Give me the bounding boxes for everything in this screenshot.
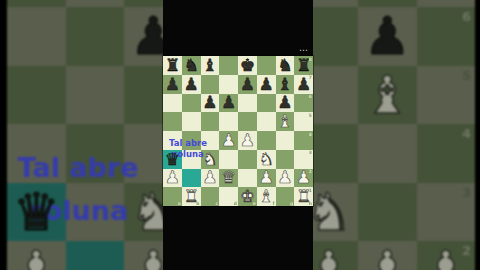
rank-label-4: 4 — [462, 126, 471, 141]
piece-black-king: ♚ — [240, 57, 255, 74]
piece-black-pawn: ♟ — [165, 76, 180, 93]
square-a7: ♟ — [163, 75, 182, 94]
square-d2: ♛ — [219, 169, 238, 188]
square-a1: a — [163, 187, 182, 206]
piece-black-pawn: ♟ — [277, 94, 292, 111]
square-h4: 4 — [417, 124, 476, 183]
square-h2: ♟2 — [294, 169, 313, 188]
piece-black-knight: ♞ — [184, 57, 199, 74]
square-a2: ♟ — [7, 241, 66, 270]
piece-white-king: ♚ — [240, 188, 255, 205]
square-g8: ♞ — [276, 56, 295, 75]
square-g4 — [358, 124, 417, 183]
square-c2: ♟ — [201, 169, 220, 188]
piece-white-pawn: ♟ — [277, 169, 292, 186]
rank-label-3: 3 — [462, 185, 471, 200]
rank-label-6: 6 — [309, 94, 312, 99]
square-c7 — [201, 75, 220, 94]
square-d7 — [219, 75, 238, 94]
piece-white-bishop: ♝ — [259, 188, 274, 205]
square-h3: 3 — [417, 183, 476, 242]
piece-white-knight: ♞ — [259, 151, 274, 168]
square-f7: ♟ — [257, 75, 276, 94]
caption-line1: Tal abre — [165, 138, 211, 149]
piece-black-pawn: ♟ — [13, 0, 60, 4]
piece-white-pawn: ♟ — [259, 169, 274, 186]
square-a3: ♛ — [7, 183, 66, 242]
video-strip[interactable]: ⋯ ♜♞♝♚♞♜8♟♟♟♟♝♟7♟♟♟6♝5♟♟4♛♞♞3♟♟♛♟♟♟2a♜bc… — [163, 0, 313, 270]
piece-black-pawn: ♟ — [422, 0, 469, 4]
square-h4: 4 — [294, 131, 313, 150]
square-b6 — [182, 94, 201, 113]
square-a3: ♛ — [163, 150, 182, 169]
square-d5 — [219, 112, 238, 131]
square-a5 — [7, 66, 66, 125]
menu-dots-icon[interactable]: ⋯ — [299, 46, 309, 55]
square-h7: ♟7 — [294, 75, 313, 94]
square-e6 — [238, 94, 257, 113]
square-f6 — [257, 94, 276, 113]
square-c6: ♟ — [201, 94, 220, 113]
square-e2 — [238, 169, 257, 188]
square-g6: ♟ — [276, 94, 295, 113]
square-f4 — [257, 131, 276, 150]
file-label-c: c — [216, 201, 219, 206]
square-g5: ♝ — [358, 66, 417, 125]
piece-black-pawn: ♟ — [71, 0, 118, 4]
piece-black-rook: ♜ — [296, 57, 311, 74]
piece-white-queen: ♛ — [221, 169, 236, 186]
piece-black-pawn: ♟ — [240, 76, 255, 93]
square-h5: 5 — [294, 112, 313, 131]
piece-white-pawn: ♟ — [202, 169, 217, 186]
square-e4: ♟ — [238, 131, 257, 150]
square-g7: ♝ — [276, 75, 295, 94]
piece-white-rook: ♜ — [184, 188, 199, 205]
square-h8: ♜8 — [294, 56, 313, 75]
piece-white-knight: ♞ — [202, 151, 217, 168]
piece-white-pawn: ♟ — [221, 132, 236, 149]
square-c8: ♝ — [201, 56, 220, 75]
square-c1: c — [201, 187, 220, 206]
square-h3: 3 — [294, 150, 313, 169]
square-g1: g — [276, 187, 295, 206]
square-f1: ♝f — [257, 187, 276, 206]
square-b2 — [66, 241, 125, 270]
piece-black-pawn: ♟ — [221, 94, 236, 111]
square-e3 — [238, 150, 257, 169]
square-b6 — [66, 7, 125, 66]
piece-white-pawn: ♟ — [296, 169, 311, 186]
square-b1: ♜b — [182, 187, 201, 206]
piece-black-queen: ♛ — [165, 151, 180, 168]
square-b5 — [66, 66, 125, 125]
file-label-g: g — [290, 201, 293, 206]
square-a2: ♟ — [163, 169, 182, 188]
square-g3 — [358, 183, 417, 242]
square-g5: ♝ — [276, 112, 295, 131]
square-b7: ♟ — [182, 75, 201, 94]
rank-label-6: 6 — [462, 9, 471, 24]
video-frame: ♜♞♝♚♞♜8♟♟♟♟♝♟7♟♟♟6♝5♟♟4♛♞♞3♟♟♛♟♟♟2a♜bcd♚… — [0, 0, 480, 270]
square-e1: ♚e — [238, 187, 257, 206]
piece-white-pawn: ♟ — [165, 169, 180, 186]
piece-white-bishop: ♝ — [277, 113, 292, 130]
piece-black-pawn: ♟ — [202, 94, 217, 111]
square-g3 — [276, 150, 295, 169]
piece-black-pawn: ♟ — [296, 76, 311, 93]
rank-label-3: 3 — [309, 150, 312, 155]
piece-black-bishop: ♝ — [202, 57, 217, 74]
square-a6 — [163, 94, 182, 113]
square-d6: ♟ — [219, 94, 238, 113]
piece-black-pawn: ♟ — [259, 76, 274, 93]
square-e8: ♚ — [238, 56, 257, 75]
square-h2: ♟2 — [417, 241, 476, 270]
square-h5: 5 — [417, 66, 476, 125]
square-g2: ♟ — [276, 169, 295, 188]
square-d8 — [219, 56, 238, 75]
piece-white-bishop: ♝ — [364, 69, 411, 121]
square-h7: ♟7 — [417, 0, 476, 7]
square-a8: ♜ — [163, 56, 182, 75]
piece-black-pawn: ♟ — [184, 76, 199, 93]
square-c5 — [201, 112, 220, 131]
square-b8: ♞ — [182, 56, 201, 75]
square-c3: ♞ — [201, 150, 220, 169]
square-d1: d — [219, 187, 238, 206]
piece-black-queen: ♛ — [13, 186, 60, 238]
square-d3 — [219, 150, 238, 169]
piece-white-pawn: ♟ — [422, 244, 469, 270]
square-g6: ♟ — [358, 7, 417, 66]
file-label-a: a — [178, 201, 181, 206]
piece-white-rook: ♜ — [296, 188, 311, 205]
piece-black-knight: ♞ — [277, 57, 292, 74]
square-f8 — [257, 56, 276, 75]
square-h6: 6 — [294, 94, 313, 113]
piece-black-bishop: ♝ — [364, 0, 411, 4]
piece-black-bishop: ♝ — [277, 76, 292, 93]
piece-white-pawn: ♟ — [240, 132, 255, 149]
file-label-d: d — [234, 201, 237, 206]
square-d4: ♟ — [219, 131, 238, 150]
square-f3: ♞ — [257, 150, 276, 169]
rank-label-5: 5 — [462, 68, 471, 83]
square-a7: ♟ — [7, 0, 66, 7]
square-g2: ♟ — [358, 241, 417, 270]
square-g4 — [276, 131, 295, 150]
square-e7: ♟ — [238, 75, 257, 94]
square-e5 — [238, 112, 257, 131]
square-f2: ♟ — [257, 169, 276, 188]
square-b5 — [182, 112, 201, 131]
square-f5 — [257, 112, 276, 131]
square-h6: 6 — [417, 7, 476, 66]
square-a6 — [7, 7, 66, 66]
piece-white-pawn: ♟ — [13, 244, 60, 270]
square-a5 — [163, 112, 182, 131]
piece-black-pawn: ♟ — [364, 10, 411, 62]
piece-white-pawn: ♟ — [364, 244, 411, 270]
square-b2 — [182, 169, 201, 188]
square-b7: ♟ — [66, 0, 125, 7]
rank-label-5: 5 — [309, 113, 312, 118]
piece-black-rook: ♜ — [165, 57, 180, 74]
chess-board[interactable]: ♜♞♝♚♞♜8♟♟♟♟♝♟7♟♟♟6♝5♟♟4♛♞♞3♟♟♛♟♟♟2a♜bcd♚… — [163, 56, 313, 206]
square-h1: ♜1h — [294, 187, 313, 206]
rank-label-4: 4 — [309, 132, 312, 137]
